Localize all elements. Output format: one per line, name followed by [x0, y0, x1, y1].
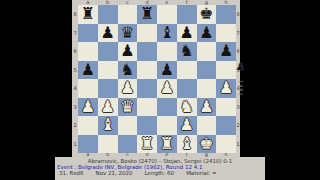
square-a5[interactable]: ♟ — [78, 61, 98, 80]
square-h2[interactable] — [216, 116, 236, 135]
square-c3[interactable]: ♛ — [118, 98, 138, 117]
square-e7[interactable]: ♝ — [157, 24, 177, 43]
piece-white-rook: ♜ — [140, 135, 154, 151]
square-b2[interactable]: ♝ — [98, 116, 118, 135]
square-h8[interactable] — [216, 5, 236, 24]
square-h7[interactable] — [216, 24, 236, 43]
square-b5[interactable] — [98, 61, 118, 80]
square-b1[interactable] — [98, 135, 118, 154]
length-label: Length: 60 — [145, 170, 175, 176]
piece-black-rook: ♜ — [140, 6, 154, 22]
square-f6[interactable]: ♞ — [177, 42, 197, 61]
square-e8[interactable] — [157, 5, 177, 24]
square-e5[interactable]: ♟ — [157, 61, 177, 80]
square-h1[interactable] — [216, 135, 236, 154]
square-d2[interactable] — [137, 116, 157, 135]
square-b3[interactable]: ♟ — [98, 98, 118, 117]
square-d3[interactable] — [137, 98, 157, 117]
square-a2[interactable] — [78, 116, 98, 135]
square-a4[interactable] — [78, 79, 98, 98]
square-h5[interactable] — [216, 61, 236, 80]
material-label: Material: = — [186, 170, 217, 176]
piece-black-pawn: ♟ — [199, 24, 213, 40]
square-e2[interactable] — [157, 116, 177, 135]
piece-black-pawn: ♟ — [160, 61, 174, 77]
square-b8[interactable] — [98, 5, 118, 24]
piece-white-pawn: ♟ — [120, 80, 134, 96]
square-c2[interactable] — [118, 116, 138, 135]
square-c6[interactable]: ♟ — [118, 42, 138, 61]
square-c8[interactable] — [118, 5, 138, 24]
square-e3[interactable] — [157, 98, 177, 117]
square-f8[interactable] — [177, 5, 197, 24]
square-d8[interactable]: ♜ — [137, 5, 157, 24]
piece-black-pawn: ♟ — [100, 24, 114, 40]
piece-white-pawn: ♟ — [100, 98, 114, 114]
piece-black-knight: ♞ — [120, 61, 134, 77]
square-g7[interactable]: ♟ — [197, 24, 217, 43]
piece-black-pawn: ♟ — [219, 43, 233, 59]
square-c5[interactable]: ♞ — [118, 61, 138, 80]
square-g4[interactable] — [197, 79, 217, 98]
square-e4[interactable]: ♟ — [157, 79, 177, 98]
square-a8[interactable]: ♜ — [78, 5, 98, 24]
vertical-watermark: 1982 — [238, 80, 244, 97]
square-f1[interactable]: ♝ — [177, 135, 197, 154]
square-g1[interactable]: ♚ — [197, 135, 217, 154]
square-g2[interactable] — [197, 116, 217, 135]
square-d7[interactable] — [137, 24, 157, 43]
square-b7[interactable]: ♟ — [98, 24, 118, 43]
square-f7[interactable]: ♟ — [177, 24, 197, 43]
square-e1[interactable]: ♜ — [157, 135, 177, 154]
piece-black-pawn: ♟ — [179, 24, 193, 40]
piece-black-pawn: ♟ — [81, 61, 95, 77]
piece-black-queen: ♛ — [120, 24, 134, 40]
piece-black-knight: ♞ — [179, 43, 193, 59]
square-f4[interactable] — [177, 79, 197, 98]
piece-black-king: ♚ — [199, 6, 213, 22]
square-f2[interactable]: ♟ — [177, 116, 197, 135]
piece-white-pawn: ♟ — [160, 80, 174, 96]
piece-white-queen: ♛ — [120, 98, 134, 114]
square-b4[interactable] — [98, 79, 118, 98]
piece-white-knight: ♞ — [179, 98, 193, 114]
status-line: 31. Rxd6 Nov 21, 2020 Length: 60 Materia… — [55, 170, 265, 176]
square-h4[interactable]: ♟ — [216, 79, 236, 98]
square-d6[interactable] — [137, 42, 157, 61]
piece-white-rook: ♜ — [160, 135, 174, 151]
square-d1[interactable]: ♜ — [137, 135, 157, 154]
chess-board: ♜♜♚♟♛♝♟♟♟♞♟♟♞♟♟♟♟♟♟♛♞♟♝♟♜♜♝♚ — [78, 5, 236, 153]
piece-white-bishop: ♝ — [100, 117, 114, 133]
video-frame: abcdefgh abcdefgh 87654321 87654321 ♜♜♚♟… — [0, 0, 320, 180]
piece-white-pawn: ♟ — [199, 98, 213, 114]
square-c7[interactable]: ♛ — [118, 24, 138, 43]
square-d5[interactable] — [137, 61, 157, 80]
square-a3[interactable]: ♟ — [78, 98, 98, 117]
piece-white-bishop: ♝ — [179, 135, 193, 151]
square-h3[interactable] — [216, 98, 236, 117]
move-label: 31. Rxd6 — [59, 170, 84, 176]
piece-black-bishop: ♝ — [160, 24, 174, 40]
square-b6[interactable] — [98, 42, 118, 61]
square-h6[interactable]: ♟ — [216, 42, 236, 61]
square-g6[interactable] — [197, 42, 217, 61]
square-g3[interactable]: ♟ — [197, 98, 217, 117]
square-g5[interactable] — [197, 61, 217, 80]
piece-white-pawn: ♟ — [219, 80, 233, 96]
square-d4[interactable] — [137, 79, 157, 98]
square-a6[interactable] — [78, 42, 98, 61]
square-e6[interactable] — [157, 42, 177, 61]
square-a7[interactable] — [78, 24, 98, 43]
square-g8[interactable]: ♚ — [197, 5, 217, 24]
square-c4[interactable]: ♟ — [118, 79, 138, 98]
date-label: Nov 21, 2020 — [96, 170, 133, 176]
black-pawn-icon: ♟ — [236, 62, 245, 72]
square-f5[interactable] — [177, 61, 197, 80]
piece-white-king: ♚ — [199, 135, 213, 151]
game-info-bar: Abramovic, Bosko (2470) – Stojan, Sergei… — [55, 157, 265, 180]
piece-black-rook: ♜ — [81, 6, 95, 22]
square-f3[interactable]: ♞ — [177, 98, 197, 117]
square-a1[interactable] — [78, 135, 98, 154]
square-c1[interactable] — [118, 135, 138, 154]
piece-white-pawn: ♟ — [179, 117, 193, 133]
piece-black-pawn: ♟ — [120, 43, 134, 59]
piece-white-pawn: ♟ — [81, 98, 95, 114]
